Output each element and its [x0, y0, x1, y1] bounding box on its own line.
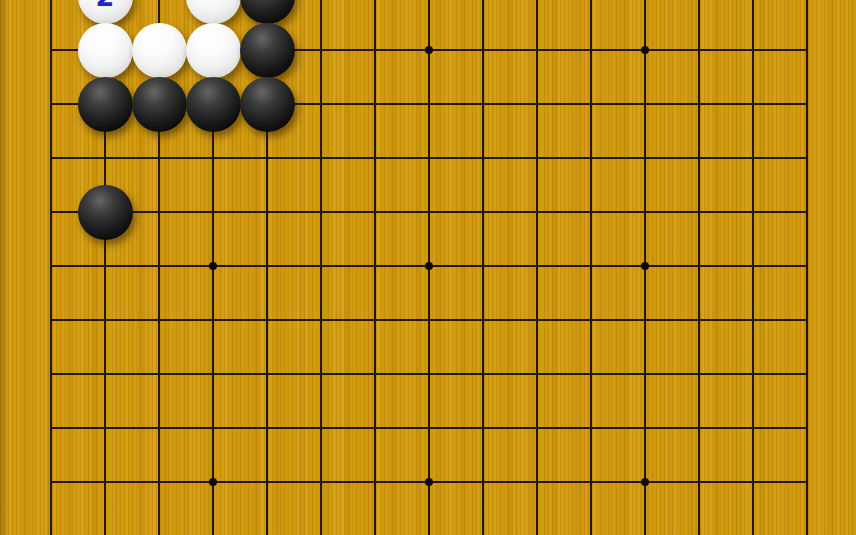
stone-black[interactable] — [240, 0, 295, 24]
stone-white[interactable] — [186, 0, 241, 24]
stone-black[interactable] — [240, 77, 295, 132]
stones-layer: 2 — [0, 0, 856, 535]
stone-white[interactable] — [78, 23, 133, 78]
stone-black[interactable] — [186, 77, 241, 132]
stone-white[interactable] — [132, 23, 187, 78]
stone-black[interactable] — [78, 185, 133, 240]
stone-white[interactable] — [186, 23, 241, 78]
go-board[interactable]: 2 — [0, 0, 856, 535]
stone-black[interactable] — [132, 77, 187, 132]
move-number-label: 2 — [96, 0, 115, 10]
stone-black[interactable] — [240, 23, 295, 78]
stone-white[interactable]: 2 — [78, 0, 133, 24]
stone-black[interactable] — [78, 77, 133, 132]
